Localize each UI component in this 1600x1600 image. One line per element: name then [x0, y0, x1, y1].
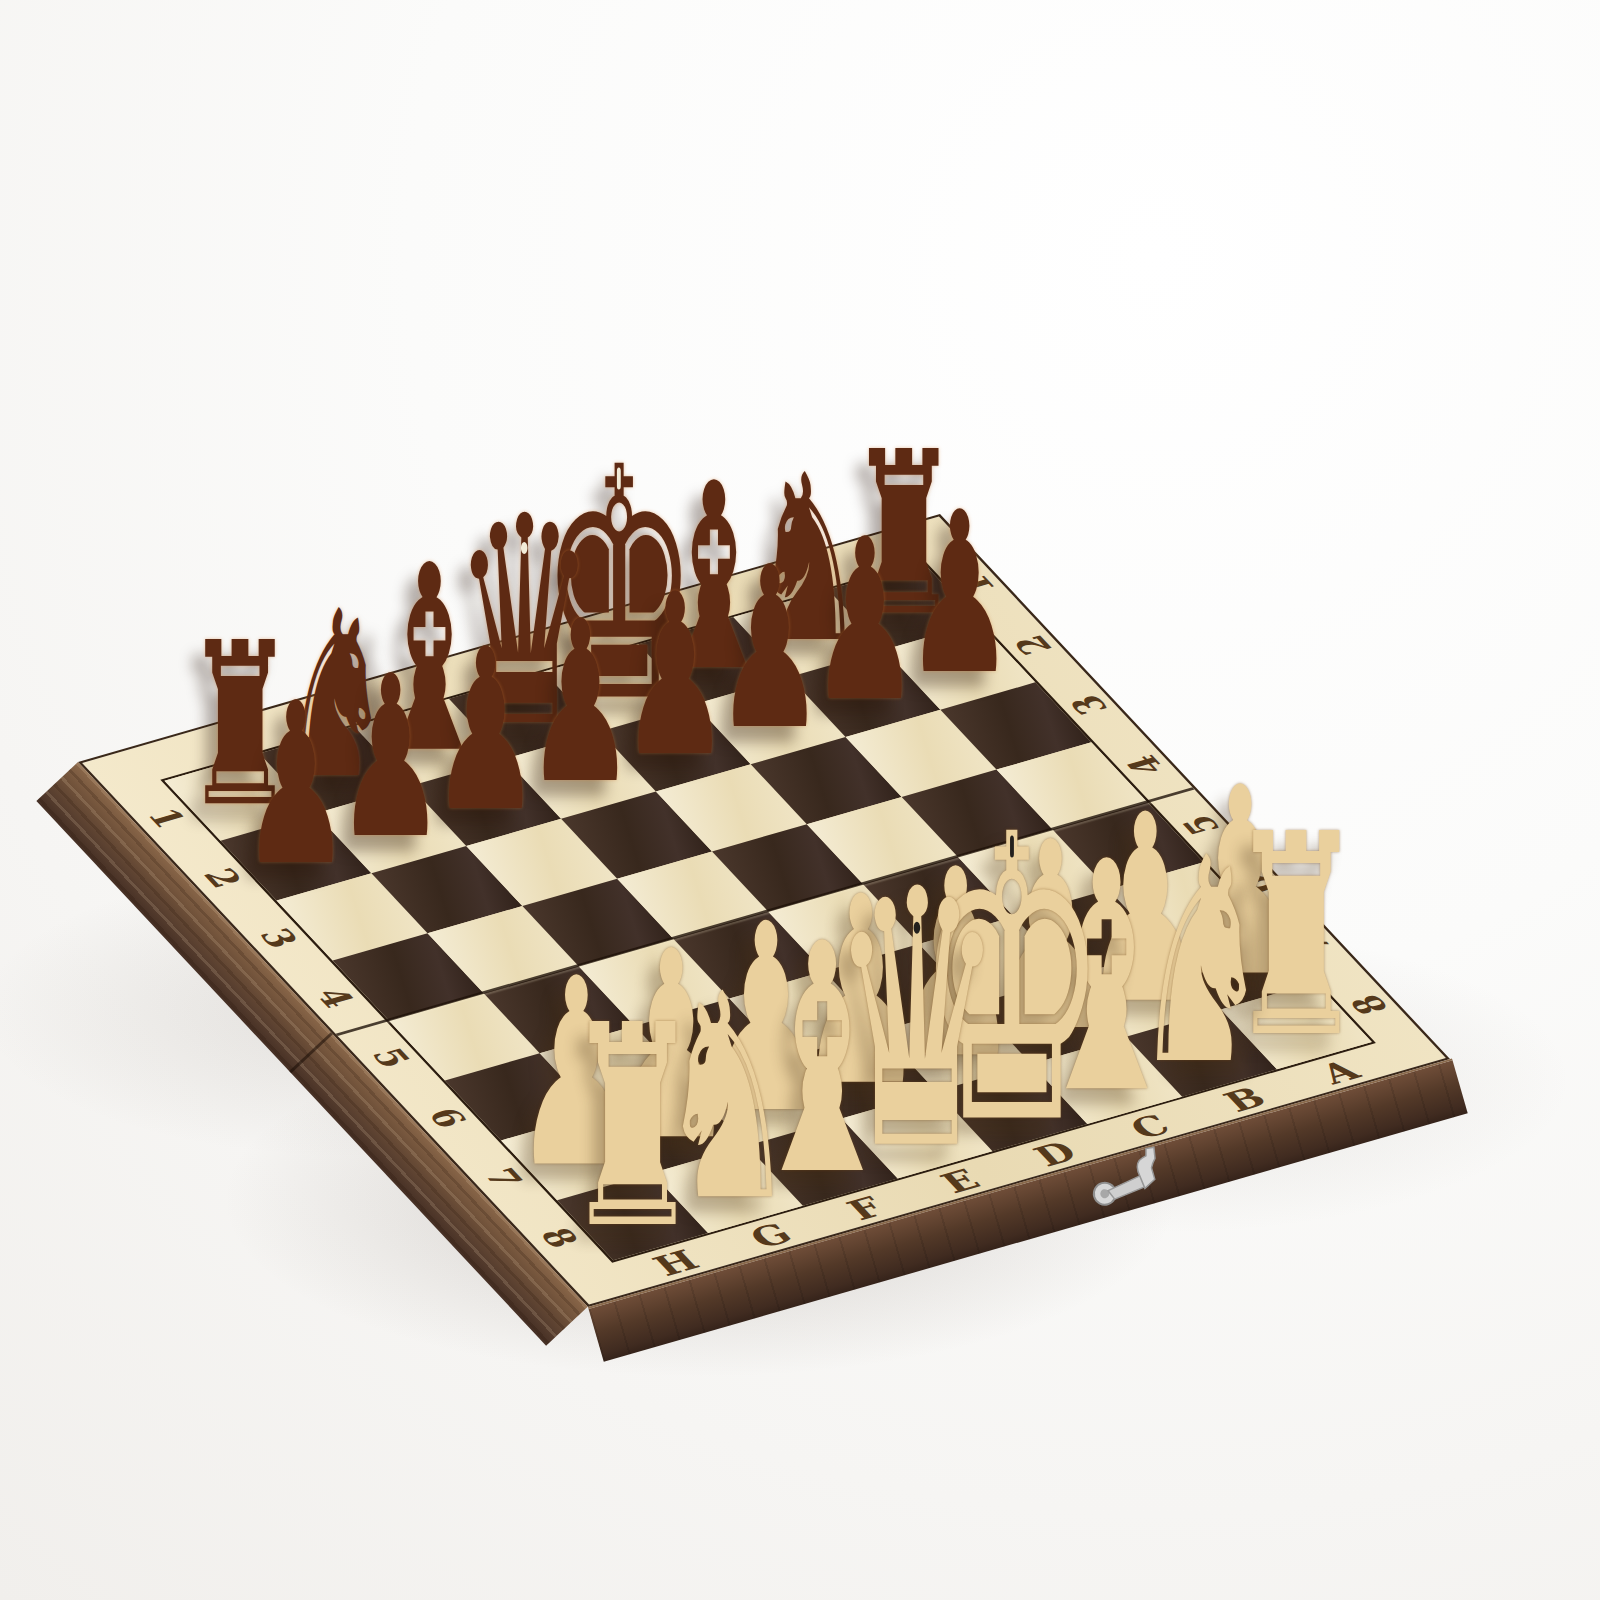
piece-dark-pawn: ♟ [905, 483, 1015, 706]
piece-light-rook: ♜ [564, 989, 701, 1267]
ivory-finial-tip [617, 467, 621, 489]
square-h8: ♜ [557, 1173, 708, 1260]
piece-dark-pawn: ♟ [620, 565, 730, 788]
piece-dark-pawn: ♟ [241, 674, 351, 897]
black-finial-tip [914, 922, 921, 934]
piece-dark-pawn: ♟ [431, 620, 541, 843]
ivory-finial-tip [521, 542, 528, 554]
black-finial-tip [1010, 836, 1014, 858]
piece-dark-pawn: ♟ [810, 510, 920, 733]
square-h2: ♟ [221, 813, 372, 900]
product-photo-scene: ♜♞♝♛♚♝♞♜♟♟♟♟♟♟♟♟♟♟♟♟♟♟♟♟♜♞♝♛♚♝♞♜ 1234567… [0, 0, 1600, 1600]
piece-dark-pawn: ♟ [525, 592, 635, 815]
piece-dark-pawn: ♟ [715, 538, 825, 761]
piece-dark-pawn: ♟ [336, 647, 446, 870]
hinge-seam-side-crack [289, 1032, 333, 1073]
